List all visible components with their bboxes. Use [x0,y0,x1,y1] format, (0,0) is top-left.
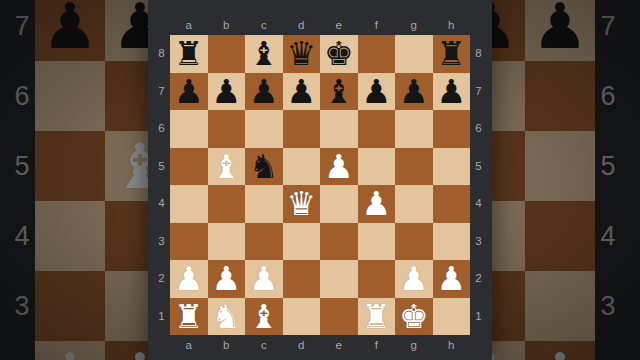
file-label-bottom-f: f [358,335,396,356]
piece-white-king: ♚ [399,300,429,333]
rank-label-left-6: 6 [153,110,170,148]
square-g7[interactable]: ♟ [395,73,433,111]
square-b4[interactable] [208,185,246,223]
square-a3[interactable] [170,223,208,261]
file-label-top-d: d [283,16,321,35]
square-g2[interactable]: ♟ [395,260,433,298]
square-c8[interactable]: ♝ [245,35,283,73]
square-e6[interactable] [320,110,358,148]
file-label-bottom-d: d [283,335,321,356]
square-d3[interactable] [283,223,321,261]
rank-label-right-7: 7 [470,73,487,111]
square-b6[interactable] [208,110,246,148]
square-a2[interactable]: ♟ [170,260,208,298]
square-e1[interactable] [320,298,358,336]
square-f6[interactable] [358,110,396,148]
square-h3[interactable] [433,223,471,261]
square-a5[interactable] [170,148,208,186]
square-c5[interactable]: ♞ [245,148,283,186]
file-label-top-h: h [433,16,471,35]
piece-black-rook: ♜ [436,37,466,70]
square-f3[interactable] [358,223,396,261]
rank-label-right-4: 4 [470,185,487,223]
piece-black-pawn: ♟ [249,75,279,108]
square-f7[interactable]: ♟ [358,73,396,111]
file-label-top-g: g [395,16,433,35]
piece-black-bishop: ♝ [324,75,354,108]
piece-black-rook: ♜ [174,37,204,70]
square-e4[interactable] [320,185,358,223]
rank-label-right-1: 1 [470,298,487,336]
square-b3[interactable] [208,223,246,261]
square-c4[interactable] [245,185,283,223]
square-f2[interactable] [358,260,396,298]
file-label-top-b: b [208,16,246,35]
square-h1[interactable] [433,298,471,336]
square-f4[interactable]: ♟ [358,185,396,223]
square-e7[interactable]: ♝ [320,73,358,111]
square-g1[interactable]: ♚ [395,298,433,336]
square-g3[interactable] [395,223,433,261]
piece-white-pawn: ♟ [174,262,204,295]
square-f1[interactable]: ♜ [358,298,396,336]
square-c6[interactable] [245,110,283,148]
rank-label-right-2: 2 [470,260,487,298]
square-b1[interactable]: ♞ [208,298,246,336]
square-b7[interactable]: ♟ [208,73,246,111]
square-h4[interactable] [433,185,471,223]
square-g6[interactable] [395,110,433,148]
square-g4[interactable] [395,185,433,223]
square-b8[interactable] [208,35,246,73]
piece-black-pawn: ♟ [361,75,391,108]
square-g8[interactable] [395,35,433,73]
square-a1[interactable]: ♜ [170,298,208,336]
square-d4[interactable]: ♛ [283,185,321,223]
piece-white-pawn: ♟ [211,262,241,295]
file-label-bottom-a: a [170,335,208,356]
chessboard: ♜♝♛♚♜♟♟♟♟♝♟♟♟♝♞♟♛♟♟♟♟♟♟♜♞♝♜♚887766554433… [170,35,470,335]
piece-white-pawn: ♟ [436,262,466,295]
video-frame: ♜♝♛♚♜♟♟♟♟♝♟♟♟♝♞♟♛♟♟♟♟♟♟♜♞♝♜♚887766554433… [0,0,640,360]
rank-label-left-1: 1 [153,298,170,336]
piece-black-queen: ♛ [286,37,316,70]
square-a4[interactable] [170,185,208,223]
file-label-bottom-g: g [395,335,433,356]
piece-white-pawn: ♟ [324,150,354,183]
piece-black-pawn: ♟ [286,75,316,108]
rank-label-left-4: 4 [153,185,170,223]
square-c3[interactable] [245,223,283,261]
piece-black-pawn: ♟ [174,75,204,108]
square-d5[interactable] [283,148,321,186]
piece-white-knight: ♞ [211,300,241,333]
square-a7[interactable]: ♟ [170,73,208,111]
square-e5[interactable]: ♟ [320,148,358,186]
square-a8[interactable]: ♜ [170,35,208,73]
piece-black-pawn: ♟ [211,75,241,108]
rank-label-left-3: 3 [153,223,170,261]
rank-label-right-3: 3 [470,223,487,261]
rank-label-right-6: 6 [470,110,487,148]
file-label-bottom-e: e [320,335,358,356]
square-d8[interactable]: ♛ [283,35,321,73]
square-e3[interactable] [320,223,358,261]
piece-black-knight: ♞ [249,150,279,183]
square-h5[interactable] [433,148,471,186]
piece-black-king: ♚ [324,37,354,70]
piece-white-rook: ♜ [174,300,204,333]
piece-white-rook: ♜ [361,300,391,333]
rank-label-left-2: 2 [153,260,170,298]
square-b5[interactable]: ♝ [208,148,246,186]
square-d7[interactable]: ♟ [283,73,321,111]
square-c7[interactable]: ♟ [245,73,283,111]
file-label-top-f: f [358,16,396,35]
rank-label-right-5: 5 [470,148,487,186]
rank-label-left-8: 8 [153,35,170,73]
square-e2[interactable] [320,260,358,298]
piece-white-queen: ♛ [286,187,316,220]
file-label-top-a: a [170,16,208,35]
square-b2[interactable]: ♟ [208,260,246,298]
rank-label-left-5: 5 [153,148,170,186]
square-c1[interactable]: ♝ [245,298,283,336]
piece-white-bishop: ♝ [249,300,279,333]
square-d6[interactable] [283,110,321,148]
piece-white-pawn: ♟ [249,262,279,295]
file-label-bottom-c: c [245,335,283,356]
rank-label-left-7: 7 [153,73,170,111]
square-h6[interactable] [433,110,471,148]
file-label-bottom-b: b [208,335,246,356]
square-e8[interactable]: ♚ [320,35,358,73]
square-h8[interactable]: ♜ [433,35,471,73]
square-h2[interactable]: ♟ [433,260,471,298]
square-c2[interactable]: ♟ [245,260,283,298]
square-h7[interactable]: ♟ [433,73,471,111]
square-f8[interactable] [358,35,396,73]
rank-label-right-8: 8 [470,35,487,73]
file-label-top-e: e [320,16,358,35]
square-a6[interactable] [170,110,208,148]
piece-white-pawn: ♟ [399,262,429,295]
file-label-top-c: c [245,16,283,35]
file-label-bottom-h: h [433,335,471,356]
square-f5[interactable] [358,148,396,186]
piece-white-pawn: ♟ [361,187,391,220]
piece-white-bishop: ♝ [211,150,241,183]
piece-black-pawn: ♟ [436,75,466,108]
square-g5[interactable] [395,148,433,186]
piece-black-bishop: ♝ [249,37,279,70]
piece-black-pawn: ♟ [399,75,429,108]
square-d2[interactable] [283,260,321,298]
square-d1[interactable] [283,298,321,336]
